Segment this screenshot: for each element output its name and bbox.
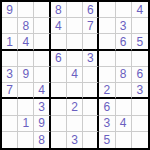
cell-r7c9[interactable]	[132, 99, 148, 115]
cell-r4c4[interactable]: 6	[51, 51, 67, 67]
cell-r6c6[interactable]	[83, 83, 99, 99]
cell-r2c7[interactable]	[99, 18, 115, 34]
cell-r3c4[interactable]	[51, 34, 67, 50]
cell-r2c5[interactable]	[67, 18, 83, 34]
cell-r6c9[interactable]: 3	[132, 83, 148, 99]
cell-r8c6[interactable]	[83, 116, 99, 132]
cell-r1c1[interactable]: 9	[2, 2, 18, 18]
cell-r5c6[interactable]	[83, 67, 99, 83]
cell-r3c2[interactable]: 4	[18, 34, 34, 50]
cell-r9c5[interactable]: 3	[67, 132, 83, 148]
cell-r4c5[interactable]	[67, 51, 83, 67]
cell-r1c7[interactable]	[99, 2, 115, 18]
cell-r4c2[interactable]	[18, 51, 34, 67]
cell-r3c3[interactable]	[34, 34, 50, 50]
cell-r7c1[interactable]	[2, 99, 18, 115]
cell-r2c9[interactable]	[132, 18, 148, 34]
cell-r7c8[interactable]	[116, 99, 132, 115]
cell-r2c3[interactable]	[34, 18, 50, 34]
cell-r6c2[interactable]	[18, 83, 34, 99]
cell-r7c6[interactable]	[83, 99, 99, 115]
cell-r8c9[interactable]	[132, 116, 148, 132]
cell-r6c8[interactable]	[116, 83, 132, 99]
sudoku-board: 986484731465633948674233261934835	[0, 0, 150, 150]
cell-r9c9[interactable]	[132, 132, 148, 148]
cell-r9c1[interactable]	[2, 132, 18, 148]
cell-r2c8[interactable]: 3	[116, 18, 132, 34]
cell-r5c2[interactable]: 9	[18, 67, 34, 83]
cell-r3c9[interactable]: 5	[132, 34, 148, 50]
cell-r4c3[interactable]	[34, 51, 50, 67]
cell-r1c5[interactable]	[67, 2, 83, 18]
cell-r2c1[interactable]	[2, 18, 18, 34]
cell-r9c3[interactable]: 8	[34, 132, 50, 148]
cell-r7c5[interactable]: 2	[67, 99, 83, 115]
cell-r9c6[interactable]	[83, 132, 99, 148]
cell-r2c6[interactable]: 7	[83, 18, 99, 34]
cell-r6c3[interactable]: 4	[34, 83, 50, 99]
cell-r3c1[interactable]: 1	[2, 34, 18, 50]
cell-r1c6[interactable]: 6	[83, 2, 99, 18]
cell-r8c8[interactable]: 4	[116, 116, 132, 132]
cell-r2c2[interactable]: 8	[18, 18, 34, 34]
cell-r1c4[interactable]: 8	[51, 2, 67, 18]
cell-r7c2[interactable]	[18, 99, 34, 115]
cell-r9c7[interactable]: 5	[99, 132, 115, 148]
cell-r3c6[interactable]	[83, 34, 99, 50]
cell-r1c8[interactable]	[116, 2, 132, 18]
cell-r8c4[interactable]	[51, 116, 67, 132]
cell-r1c9[interactable]: 4	[132, 2, 148, 18]
cell-r4c9[interactable]	[132, 51, 148, 67]
cell-r5c3[interactable]	[34, 67, 50, 83]
cell-r3c7[interactable]	[99, 34, 115, 50]
cell-r7c7[interactable]: 6	[99, 99, 115, 115]
cell-r5c8[interactable]: 8	[116, 67, 132, 83]
cell-r5c7[interactable]	[99, 67, 115, 83]
cell-r9c8[interactable]	[116, 132, 132, 148]
cell-r7c4[interactable]	[51, 99, 67, 115]
cell-r2c4[interactable]: 4	[51, 18, 67, 34]
cell-r3c5[interactable]	[67, 34, 83, 50]
cell-r5c5[interactable]: 4	[67, 67, 83, 83]
cell-r4c7[interactable]	[99, 51, 115, 67]
cell-r5c9[interactable]: 6	[132, 67, 148, 83]
cell-r4c8[interactable]	[116, 51, 132, 67]
cell-r7c3[interactable]: 3	[34, 99, 50, 115]
cell-r9c4[interactable]	[51, 132, 67, 148]
cell-r4c6[interactable]: 3	[83, 51, 99, 67]
cell-r1c2[interactable]	[18, 2, 34, 18]
cell-r1c3[interactable]	[34, 2, 50, 18]
cell-r3c8[interactable]: 6	[116, 34, 132, 50]
cell-r6c4[interactable]	[51, 83, 67, 99]
cell-r6c5[interactable]	[67, 83, 83, 99]
cell-r9c2[interactable]	[18, 132, 34, 148]
cell-r5c4[interactable]	[51, 67, 67, 83]
cell-r8c7[interactable]: 3	[99, 116, 115, 132]
cell-r8c2[interactable]: 1	[18, 116, 34, 132]
cell-r8c5[interactable]	[67, 116, 83, 132]
cell-r6c7[interactable]: 2	[99, 83, 115, 99]
cell-r5c1[interactable]: 3	[2, 67, 18, 83]
cell-r8c1[interactable]	[2, 116, 18, 132]
cell-r8c3[interactable]: 9	[34, 116, 50, 132]
cell-r4c1[interactable]	[2, 51, 18, 67]
cell-r6c1[interactable]: 7	[2, 83, 18, 99]
